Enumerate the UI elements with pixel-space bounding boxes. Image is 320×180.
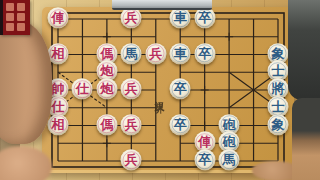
piece-red-cannon[interactable]: 炮 — [96, 78, 117, 99]
piece-black-pawn[interactable]: 卒 — [170, 78, 191, 99]
channel-seal-logo — [0, 0, 30, 35]
xiangqi-board[interactable]: 楚河 汉界 俥兵相傌兵炮帥仕炮兵仕相傌兵俥兵車卒馬車卒象士卒將士卒砲象砲卒馬 — [42, 7, 294, 173]
piece-red-pawn[interactable]: 兵 — [121, 149, 142, 170]
opponent-clothing — [288, 0, 320, 100]
piece-black-pawn[interactable]: 卒 — [170, 114, 191, 135]
opponent-leg — [292, 98, 320, 180]
piece-red-advisor[interactable]: 仕 — [72, 78, 93, 99]
river-text-hanjie: 汉界 — [152, 93, 166, 97]
piece-red-rook[interactable]: 俥 — [48, 7, 69, 28]
piece-black-pawn[interactable]: 卒 — [194, 7, 215, 28]
piece-red-horse[interactable]: 傌 — [96, 114, 117, 135]
piece-red-elephant[interactable]: 相 — [48, 114, 69, 135]
piece-black-pawn[interactable]: 卒 — [194, 43, 215, 64]
piece-red-pawn[interactable]: 兵 — [121, 114, 142, 135]
piece-black-horse[interactable]: 馬 — [219, 149, 240, 170]
piece-black-elephant[interactable]: 象 — [267, 114, 288, 135]
piece-red-pawn[interactable]: 兵 — [121, 78, 142, 99]
piece-black-rook[interactable]: 車 — [170, 43, 191, 64]
piece-black-horse[interactable]: 馬 — [121, 43, 142, 64]
piece-black-rook[interactable]: 車 — [170, 7, 191, 28]
video-frame: 楚河 汉界 俥兵相傌兵炮帥仕炮兵仕相傌兵俥兵車卒馬車卒象士卒將士卒砲象砲卒馬 — [0, 0, 320, 180]
player-arm — [0, 22, 52, 144]
piece-black-pawn[interactable]: 卒 — [194, 149, 215, 170]
piece-red-pawn[interactable]: 兵 — [145, 43, 166, 64]
piece-red-pawn[interactable]: 兵 — [121, 7, 142, 28]
piece-box-lid — [112, 0, 212, 10]
